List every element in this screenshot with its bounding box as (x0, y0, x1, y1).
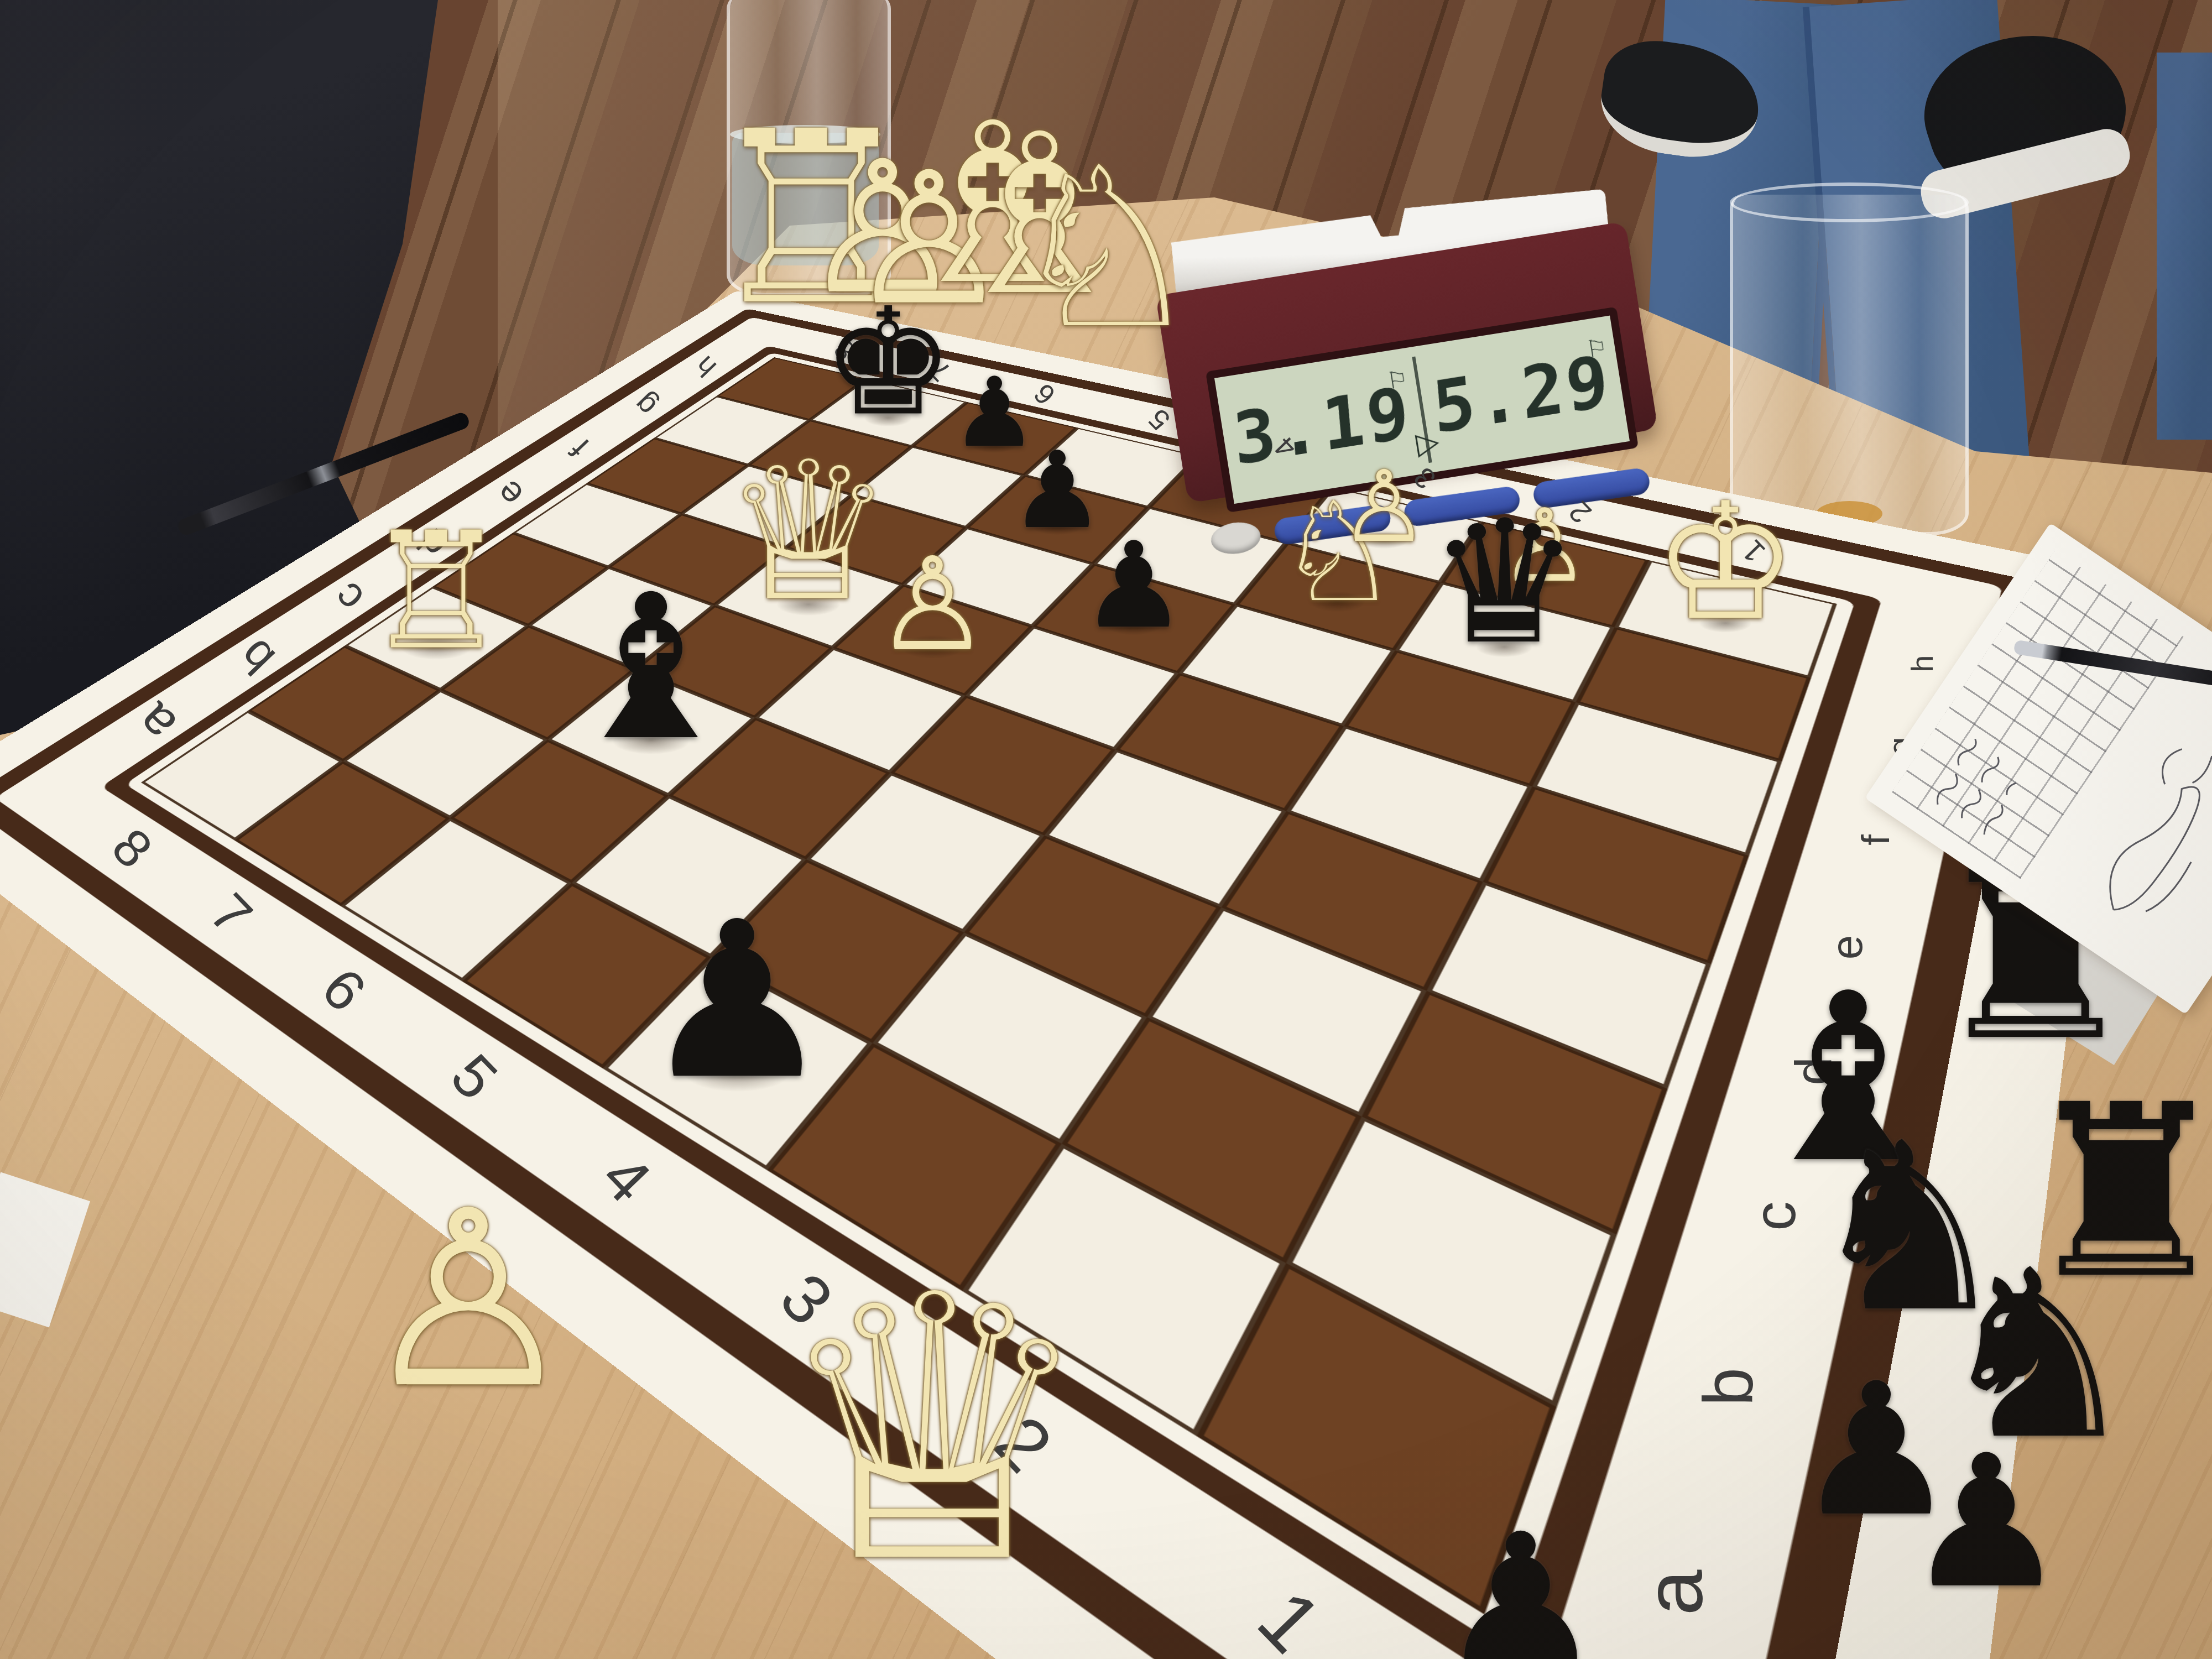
captured-white-knight[interactable]: ♘ (1007, 144, 1206, 354)
clock-left-display: 3.19 ⚐ (1214, 347, 1431, 504)
turn-arrow-icon: ▷ (1413, 423, 1442, 461)
captured-white-spare-queen[interactable]: ♕ (770, 1257, 1098, 1604)
captured-black-pawn[interactable]: ♟ (1905, 1436, 2068, 1610)
captured-black-corner-pawn[interactable]: ♟ (1437, 1514, 1605, 1659)
clock-right-display: 5.29 ⚐ (1413, 316, 1630, 472)
left-flag-icon: ⚐ (1385, 365, 1410, 395)
player-jeans-leg (2157, 53, 2212, 440)
right-flag-icon: ⚐ (1584, 333, 1609, 363)
clock-button-oval[interactable] (1209, 519, 1262, 557)
right-time: 5.29 (1430, 339, 1614, 450)
empty-glass[interactable] (1730, 195, 1969, 535)
left-time: 3.19 (1230, 371, 1415, 481)
glass-rim (1730, 182, 1969, 222)
captured-white-pawn[interactable]: ♙ (359, 1185, 577, 1416)
